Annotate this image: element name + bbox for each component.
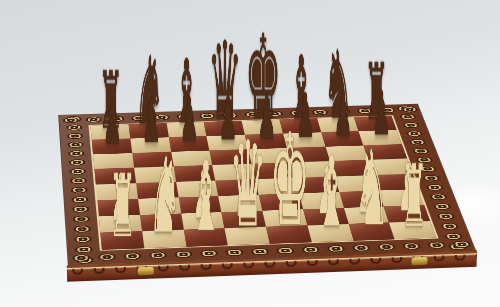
chess-board: ♜♞♝♛♚♝♞♜♟♟♟♟♟♟♟♟♟♟♟♟♟♟♟♟♜♞♝♛♚♝♞♜ (59, 104, 475, 265)
scene: ♜♞♝♛♚♝♞♜♟♟♟♟♟♟♟♟♟♟♟♟♟♟♟♟♜♞♝♛♚♝♞♜ (0, 0, 500, 307)
piece-white-rook-a1: ♜ (91, 162, 154, 248)
brass-clasp-right (412, 257, 428, 265)
square-a7: ♟ (92, 138, 132, 154)
box-front-face (67, 250, 477, 281)
brass-clasp-left (137, 267, 153, 275)
board-squares: ♜♞♝♛♚♝♞♜♟♟♟♟♟♟♟♟♟♟♟♟♟♟♟♟♜♞♝♛♚♝♞♜ (88, 115, 438, 251)
square-a1: ♜ (100, 231, 144, 249)
photo-backdrop: ♜♞♝♛♚♝♞♜♟♟♟♟♟♟♟♟♟♟♟♟♟♟♟♟♜♞♝♛♚♝♞♜ (0, 0, 500, 307)
